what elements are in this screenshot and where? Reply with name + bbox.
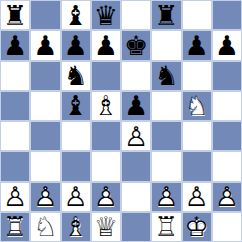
square-h4[interactable] [212,121,242,151]
square-b8[interactable] [30,0,60,30]
square-g5[interactable]: ♞♘ [182,91,212,121]
piece-outline-layer: ♙ [182,182,212,212]
piece-outline-layer: ♖ [0,212,30,242]
square-h1[interactable] [212,212,242,242]
piece-outline-layer: ♙ [121,121,151,151]
piece-black-rook[interactable]: ♜ [151,0,181,30]
square-g2[interactable]: ♟♙ [182,182,212,212]
square-c8[interactable]: ♝ [61,0,91,30]
square-d3[interactable] [91,151,121,181]
square-d8[interactable]: ♛ [91,0,121,30]
square-f7[interactable] [151,30,181,60]
square-a6[interactable] [0,61,30,91]
square-a8[interactable]: ♜ [0,0,30,30]
piece-outline-layer: ♙ [61,182,91,212]
piece-outline-layer: ♘ [30,212,60,242]
piece-black-king[interactable]: ♚ [121,30,151,60]
square-f8[interactable]: ♜ [151,0,181,30]
square-d4[interactable] [91,121,121,151]
square-e4[interactable]: ♟♙ [121,121,151,151]
square-e3[interactable] [121,151,151,181]
piece-black-pawn[interactable]: ♟ [212,30,242,60]
square-f6[interactable]: ♞ [151,61,181,91]
square-h2[interactable]: ♟♙ [212,182,242,212]
square-g6[interactable] [182,61,212,91]
piece-black-bishop[interactable]: ♝ [61,91,91,121]
square-d5[interactable]: ♝♗ [91,91,121,121]
piece-white-knight[interactable]: ♞♘ [182,91,212,121]
piece-outline-layer: ♗ [61,212,91,242]
piece-white-knight[interactable]: ♞♘ [30,212,60,242]
piece-outline-layer: ♙ [30,182,60,212]
piece-black-rook[interactable]: ♜ [0,0,30,30]
piece-black-knight[interactable]: ♞ [151,61,181,91]
square-c6[interactable]: ♞ [61,61,91,91]
piece-outline-layer: ♖ [151,212,181,242]
piece-outline-layer: ♘ [182,91,212,121]
square-c5[interactable]: ♝ [61,91,91,121]
square-d1[interactable]: ♛♕ [91,212,121,242]
chess-board: ♜♝♛♜♟♟♟♟♚♟♟♞♞♝♝♗♟♞♘♟♙♟♙♟♙♟♙♟♙♟♙♟♙♟♙♜♖♞♘♝… [0,0,242,242]
piece-black-knight[interactable]: ♞ [61,61,91,91]
piece-black-bishop[interactable]: ♝ [61,0,91,30]
square-f1[interactable]: ♜♖ [151,212,181,242]
piece-white-king[interactable]: ♚♔ [182,212,212,242]
square-e7[interactable]: ♚ [121,30,151,60]
square-c7[interactable]: ♟ [61,30,91,60]
square-h8[interactable] [212,0,242,30]
square-g7[interactable]: ♟ [182,30,212,60]
square-e2[interactable] [121,182,151,212]
square-h7[interactable]: ♟ [212,30,242,60]
piece-outline-layer: ♗ [91,91,121,121]
piece-white-queen[interactable]: ♛♕ [91,212,121,242]
square-g3[interactable] [182,151,212,181]
square-e1[interactable] [121,212,151,242]
square-a2[interactable]: ♟♙ [0,182,30,212]
square-b7[interactable]: ♟ [30,30,60,60]
square-f5[interactable] [151,91,181,121]
square-b1[interactable]: ♞♘ [30,212,60,242]
piece-white-pawn[interactable]: ♟♙ [121,121,151,151]
square-e6[interactable] [121,61,151,91]
square-c3[interactable] [61,151,91,181]
piece-outline-layer: ♙ [151,182,181,212]
piece-outline-layer: ♙ [0,182,30,212]
square-b2[interactable]: ♟♙ [30,182,60,212]
square-e8[interactable] [121,0,151,30]
square-g4[interactable] [182,121,212,151]
piece-outline-layer: ♙ [91,182,121,212]
piece-black-pawn[interactable]: ♟ [121,91,151,121]
square-c2[interactable]: ♟♙ [61,182,91,212]
square-b5[interactable] [30,91,60,121]
piece-white-rook[interactable]: ♜♖ [151,212,181,242]
square-a4[interactable] [0,121,30,151]
piece-white-bishop[interactable]: ♝♗ [91,91,121,121]
piece-white-pawn[interactable]: ♟♙ [30,182,60,212]
square-g8[interactable] [182,0,212,30]
square-g1[interactable]: ♚♔ [182,212,212,242]
piece-black-pawn[interactable]: ♟ [0,30,30,60]
piece-white-pawn[interactable]: ♟♙ [212,182,242,212]
square-h5[interactable] [212,91,242,121]
square-h3[interactable] [212,151,242,181]
piece-black-pawn[interactable]: ♟ [91,30,121,60]
piece-white-bishop[interactable]: ♝♗ [61,212,91,242]
piece-black-pawn[interactable]: ♟ [30,30,60,60]
square-c4[interactable] [61,121,91,151]
square-e5[interactable]: ♟ [121,91,151,121]
square-b6[interactable] [30,61,60,91]
piece-white-rook[interactable]: ♜♖ [0,212,30,242]
square-f2[interactable]: ♟♙ [151,182,181,212]
square-a5[interactable] [0,91,30,121]
square-f3[interactable] [151,151,181,181]
square-d2[interactable]: ♟♙ [91,182,121,212]
square-d6[interactable] [91,61,121,91]
square-a7[interactable]: ♟ [0,30,30,60]
piece-outline-layer: ♙ [212,182,242,212]
piece-white-pawn[interactable]: ♟♙ [182,182,212,212]
piece-white-pawn[interactable]: ♟♙ [151,182,181,212]
piece-outline-layer: ♕ [91,212,121,242]
square-b3[interactable] [30,151,60,181]
piece-white-pawn[interactable]: ♟♙ [61,182,91,212]
piece-white-pawn[interactable]: ♟♙ [91,182,121,212]
square-a1[interactable]: ♜♖ [0,212,30,242]
piece-outline-layer: ♔ [182,212,212,242]
square-b4[interactable] [30,121,60,151]
square-d7[interactable]: ♟ [91,30,121,60]
square-h6[interactable] [212,61,242,91]
piece-black-pawn[interactable]: ♟ [182,30,212,60]
square-a3[interactable] [0,151,30,181]
square-f4[interactable] [151,121,181,151]
square-c1[interactable]: ♝♗ [61,212,91,242]
piece-black-pawn[interactable]: ♟ [61,30,91,60]
piece-black-queen[interactable]: ♛ [91,0,121,30]
piece-white-pawn[interactable]: ♟♙ [0,182,30,212]
